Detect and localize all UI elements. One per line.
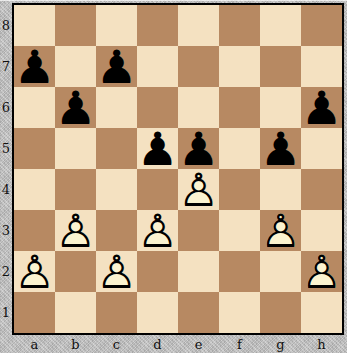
square-b2[interactable]	[55, 251, 96, 292]
square-d6[interactable]	[137, 87, 178, 128]
chess-board: ♟♟♟♟♟♟♟♟♙♟♙♟♙♟♙♟♙♟♙♟♙	[12, 3, 344, 335]
square-f4[interactable]	[219, 169, 260, 210]
square-h4[interactable]	[301, 169, 342, 210]
black-pawn-c7[interactable]: ♟	[96, 46, 137, 87]
square-c5[interactable]	[96, 128, 137, 169]
square-e4[interactable]: ♟♙	[178, 169, 219, 210]
white-pawn-b3[interactable]: ♟♙	[55, 210, 96, 251]
black-pawn-a7[interactable]: ♟	[14, 46, 55, 87]
square-b3[interactable]: ♟♙	[55, 210, 96, 251]
file-label-e: e	[178, 337, 219, 352]
square-f5[interactable]	[219, 128, 260, 169]
square-a3[interactable]	[14, 210, 55, 251]
square-a4[interactable]	[14, 169, 55, 210]
white-pawn-h2[interactable]: ♟♙	[301, 251, 342, 292]
black-pawn-d5[interactable]: ♟	[137, 128, 178, 169]
pawn-fill-glyph: ♟	[301, 85, 342, 131]
square-g8[interactable]	[260, 5, 301, 46]
black-pawn-e5[interactable]: ♟	[178, 128, 219, 169]
rank-label-1: 1	[0, 292, 12, 333]
square-e6[interactable]	[178, 87, 219, 128]
square-b6[interactable]: ♟	[55, 87, 96, 128]
square-g2[interactable]	[260, 251, 301, 292]
pawn-fill-glyph: ♟	[14, 249, 55, 295]
file-label-a: a	[14, 337, 55, 352]
pawn-outline-glyph: ♙	[14, 249, 55, 295]
file-label-b: b	[55, 337, 96, 352]
square-c3[interactable]	[96, 210, 137, 251]
pawn-outline-glyph: ♙	[301, 249, 342, 295]
square-e3[interactable]	[178, 210, 219, 251]
square-c7[interactable]: ♟	[96, 46, 137, 87]
rank-labels: 87654321	[0, 5, 12, 333]
square-d2[interactable]	[137, 251, 178, 292]
rank-label-7: 7	[0, 46, 12, 87]
square-h8[interactable]	[301, 5, 342, 46]
square-e8[interactable]	[178, 5, 219, 46]
white-pawn-d3[interactable]: ♟♙	[137, 210, 178, 251]
square-f3[interactable]	[219, 210, 260, 251]
pawn-outline-glyph: ♙	[178, 167, 219, 213]
pawn-outline-glyph: ♙	[96, 249, 137, 295]
square-h1[interactable]	[301, 292, 342, 333]
white-pawn-g3[interactable]: ♟♙	[260, 210, 301, 251]
rank-label-2: 2	[0, 251, 12, 292]
chess-diagram: 87654321 ♟♟♟♟♟♟♟♟♙♟♙♟♙♟♙♟♙♟♙♟♙ abcdefgh	[0, 0, 347, 353]
square-a7[interactable]: ♟	[14, 46, 55, 87]
square-g3[interactable]: ♟♙	[260, 210, 301, 251]
rank-label-4: 4	[0, 169, 12, 210]
pawn-fill-glyph: ♟	[14, 44, 55, 90]
square-e7[interactable]	[178, 46, 219, 87]
square-a8[interactable]	[14, 5, 55, 46]
pawn-fill-glyph: ♟	[260, 208, 301, 254]
white-pawn-e4[interactable]: ♟♙	[178, 169, 219, 210]
square-g5[interactable]: ♟	[260, 128, 301, 169]
square-h2[interactable]: ♟♙	[301, 251, 342, 292]
square-f1[interactable]	[219, 292, 260, 333]
square-d4[interactable]	[137, 169, 178, 210]
square-c2[interactable]: ♟♙	[96, 251, 137, 292]
square-f2[interactable]	[219, 251, 260, 292]
pawn-fill-glyph: ♟	[96, 249, 137, 295]
square-a1[interactable]	[14, 292, 55, 333]
rank-label-8: 8	[0, 5, 12, 46]
pawn-fill-glyph: ♟	[260, 126, 301, 172]
pawn-fill-glyph: ♟	[178, 126, 219, 172]
pawn-outline-glyph: ♙	[137, 208, 178, 254]
square-d8[interactable]	[137, 5, 178, 46]
square-b7[interactable]	[55, 46, 96, 87]
square-b1[interactable]	[55, 292, 96, 333]
square-g1[interactable]	[260, 292, 301, 333]
pawn-outline-glyph: ♙	[55, 208, 96, 254]
square-c4[interactable]	[96, 169, 137, 210]
file-label-h: h	[301, 337, 342, 352]
file-label-c: c	[96, 337, 137, 352]
square-h5[interactable]	[301, 128, 342, 169]
white-pawn-c2[interactable]: ♟♙	[96, 251, 137, 292]
rank-label-3: 3	[0, 210, 12, 251]
square-g4[interactable]	[260, 169, 301, 210]
white-pawn-a2[interactable]: ♟♙	[14, 251, 55, 292]
pawn-fill-glyph: ♟	[55, 208, 96, 254]
black-pawn-h6[interactable]: ♟	[301, 87, 342, 128]
square-h6[interactable]: ♟	[301, 87, 342, 128]
pawn-fill-glyph: ♟	[137, 126, 178, 172]
square-b5[interactable]	[55, 128, 96, 169]
square-h3[interactable]	[301, 210, 342, 251]
square-c6[interactable]	[96, 87, 137, 128]
square-f8[interactable]	[219, 5, 260, 46]
rank-label-5: 5	[0, 128, 12, 169]
square-h7[interactable]	[301, 46, 342, 87]
pawn-fill-glyph: ♟	[137, 208, 178, 254]
square-d7[interactable]	[137, 46, 178, 87]
pawn-fill-glyph: ♟	[55, 85, 96, 131]
file-label-d: d	[137, 337, 178, 352]
pawn-fill-glyph: ♟	[301, 249, 342, 295]
file-label-f: f	[219, 337, 260, 352]
black-pawn-b6[interactable]: ♟	[55, 87, 96, 128]
pawn-outline-glyph: ♙	[260, 208, 301, 254]
square-a5[interactable]	[14, 128, 55, 169]
square-e2[interactable]	[178, 251, 219, 292]
square-a2[interactable]: ♟♙	[14, 251, 55, 292]
square-e1[interactable]	[178, 292, 219, 333]
square-c8[interactable]	[96, 5, 137, 46]
file-label-g: g	[260, 337, 301, 352]
square-a6[interactable]	[14, 87, 55, 128]
square-f6[interactable]	[219, 87, 260, 128]
square-b4[interactable]	[55, 169, 96, 210]
square-c1[interactable]	[96, 292, 137, 333]
square-e5[interactable]: ♟	[178, 128, 219, 169]
rank-label-6: 6	[0, 87, 12, 128]
square-f7[interactable]	[219, 46, 260, 87]
pawn-fill-glyph: ♟	[96, 44, 137, 90]
square-d3[interactable]: ♟♙	[137, 210, 178, 251]
pawn-fill-glyph: ♟	[178, 167, 219, 213]
square-d1[interactable]	[137, 292, 178, 333]
square-d5[interactable]: ♟	[137, 128, 178, 169]
square-g6[interactable]	[260, 87, 301, 128]
square-g7[interactable]	[260, 46, 301, 87]
black-pawn-g5[interactable]: ♟	[260, 128, 301, 169]
file-labels: abcdefgh	[14, 337, 342, 352]
square-b8[interactable]	[55, 5, 96, 46]
